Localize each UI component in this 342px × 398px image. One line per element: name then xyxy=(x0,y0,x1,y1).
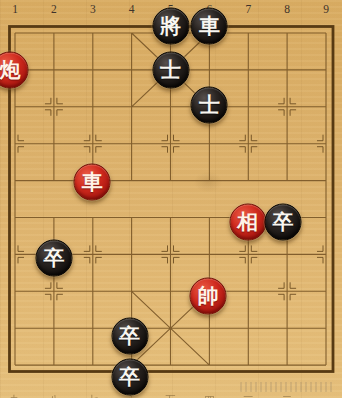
piece-black-soldier[interactable]: 卒 xyxy=(35,240,72,277)
file-label-top-8: 8 xyxy=(284,3,290,15)
file-label-bottom-6: 四 xyxy=(204,393,215,398)
file-label-bottom-1: 九 xyxy=(10,393,21,398)
xiangqi-app: 123456789 九八七六五四三二一 將車炮士士車相卒卒帥卒卒 xyxy=(0,0,342,398)
file-label-bottom-5: 五 xyxy=(165,393,176,398)
piece-red-chariot[interactable]: 車 xyxy=(74,163,111,200)
piece-black-advisor[interactable]: 士 xyxy=(191,86,228,123)
piece-red-general[interactable]: 帥 xyxy=(189,278,226,315)
file-label-top-2: 2 xyxy=(51,3,57,15)
file-label-top-3: 3 xyxy=(90,3,96,15)
piece-black-soldier[interactable]: 卒 xyxy=(111,359,148,396)
piece-black-soldier[interactable]: 卒 xyxy=(265,204,302,241)
file-label-bottom-7: 三 xyxy=(243,393,254,398)
file-label-bottom-2: 八 xyxy=(48,393,59,398)
file-label-bottom-8: 二 xyxy=(282,393,293,398)
file-label-bottom-3: 七 xyxy=(87,393,98,398)
file-label-top-9: 9 xyxy=(323,3,329,15)
piece-black-chariot[interactable]: 車 xyxy=(191,8,228,45)
file-label-top-1: 1 xyxy=(12,3,18,15)
file-label-bottom-9: 一 xyxy=(321,393,332,398)
file-label-top-7: 7 xyxy=(245,3,251,15)
piece-black-general[interactable]: 將 xyxy=(152,8,189,45)
piece-black-soldier[interactable]: 卒 xyxy=(111,318,148,355)
piece-black-advisor[interactable]: 士 xyxy=(152,51,189,88)
piece-red-elephant[interactable]: 相 xyxy=(229,204,266,241)
file-label-top-4: 4 xyxy=(129,3,135,15)
